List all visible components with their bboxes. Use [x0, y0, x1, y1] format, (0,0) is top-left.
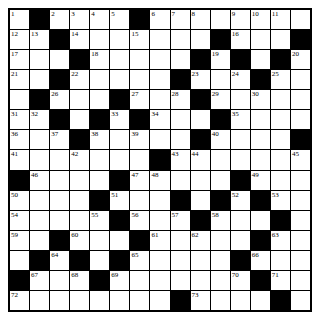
white-cell-r8c3[interactable] — [50, 150, 69, 169]
clue-number-11: 11 — [272, 10, 279, 18]
white-cell-r4c10[interactable]: 23 — [191, 70, 210, 89]
white-cell-r4c15[interactable] — [291, 70, 310, 89]
black-cell-r12c3 — [50, 231, 69, 250]
black-cell-r4c9 — [171, 70, 190, 89]
white-cell-r9c7[interactable]: 47 — [130, 171, 149, 190]
black-cell-r11c6 — [110, 211, 129, 230]
black-cell-r7c10 — [191, 130, 210, 149]
white-cell-r13c7[interactable]: 65 — [130, 251, 149, 270]
white-cell-r7c1[interactable]: 36 — [10, 130, 29, 149]
white-cell-r6c2[interactable]: 32 — [30, 110, 49, 129]
white-cell-r7c5[interactable]: 38 — [90, 130, 109, 149]
crossword-page: 1234567891011121314151617181920212223242… — [0, 0, 320, 320]
black-cell-r10c13 — [251, 191, 270, 210]
white-cell-r12c10[interactable]: 62 — [191, 231, 210, 250]
white-cell-r5c12[interactable] — [231, 90, 250, 109]
clue-number-70: 70 — [232, 271, 239, 279]
white-cell-r8c12[interactable] — [231, 150, 250, 169]
clue-number-37: 37 — [51, 130, 58, 138]
black-cell-r11c14 — [271, 211, 290, 230]
white-cell-r4c5[interactable] — [90, 70, 109, 89]
clue-number-20: 20 — [292, 50, 299, 58]
white-cell-r10c6[interactable]: 51 — [110, 191, 129, 210]
white-cell-r1c9[interactable]: 7 — [171, 10, 190, 29]
clue-number-43: 43 — [172, 150, 179, 158]
clue-number-51: 51 — [111, 191, 118, 199]
clue-number-53: 53 — [272, 191, 279, 199]
white-cell-r3c7[interactable] — [130, 50, 149, 69]
white-cell-r8c11[interactable] — [211, 150, 230, 169]
clue-number-8: 8 — [192, 10, 196, 18]
white-cell-r10c7[interactable] — [130, 191, 149, 210]
white-cell-r2c13[interactable] — [251, 30, 270, 49]
white-cell-r1c12[interactable]: 9 — [231, 10, 250, 29]
black-cell-r1c7 — [130, 10, 149, 29]
white-cell-r2c5[interactable] — [90, 30, 109, 49]
white-cell-r7c8[interactable] — [150, 130, 169, 149]
clue-number-47: 47 — [131, 171, 138, 179]
black-cell-r8c8 — [150, 150, 169, 169]
clue-number-12: 12 — [11, 30, 18, 38]
white-cell-r9c3[interactable] — [50, 171, 69, 190]
white-cell-r15c13[interactable] — [251, 291, 270, 310]
clue-number-25: 25 — [272, 70, 279, 78]
white-cell-r14c15[interactable] — [291, 271, 310, 290]
white-cell-r12c11[interactable] — [211, 231, 230, 250]
white-cell-r7c11[interactable]: 40 — [211, 130, 230, 149]
white-cell-r14c11[interactable] — [211, 271, 230, 290]
white-cell-r6c15[interactable] — [291, 110, 310, 129]
white-cell-r9c13[interactable]: 49 — [251, 171, 270, 190]
clue-number-2: 2 — [51, 10, 55, 18]
white-cell-r9c10[interactable] — [191, 171, 210, 190]
white-cell-r6c8[interactable]: 34 — [150, 110, 169, 129]
black-cell-r11c10 — [191, 211, 210, 230]
white-cell-r11c8[interactable] — [150, 211, 169, 230]
white-cell-r6c14[interactable] — [271, 110, 290, 129]
white-cell-r12c14[interactable]: 63 — [271, 231, 290, 250]
white-cell-r1c14[interactable]: 11 — [271, 10, 290, 29]
white-cell-r14c4[interactable]: 68 — [70, 271, 89, 290]
white-cell-r14c3[interactable] — [50, 271, 69, 290]
clue-number-48: 48 — [151, 171, 158, 179]
white-cell-r15c11[interactable] — [211, 291, 230, 310]
white-cell-r14c12[interactable]: 70 — [231, 271, 250, 290]
white-cell-r8c5[interactable] — [90, 150, 109, 169]
white-cell-r8c6[interactable] — [110, 150, 129, 169]
white-cell-r15c15[interactable] — [291, 291, 310, 310]
clue-number-61: 61 — [151, 231, 158, 239]
black-cell-r2c15 — [291, 30, 310, 49]
white-cell-r3c2[interactable] — [30, 50, 49, 69]
clue-number-29: 29 — [212, 90, 219, 98]
white-cell-r3c3[interactable] — [50, 50, 69, 69]
white-cell-r4c1[interactable]: 21 — [10, 70, 29, 89]
black-cell-r6c3 — [50, 110, 69, 129]
white-cell-r10c3[interactable] — [50, 191, 69, 210]
white-cell-r8c10[interactable]: 44 — [191, 150, 210, 169]
white-cell-r6c6[interactable]: 33 — [110, 110, 129, 129]
white-cell-r6c4[interactable] — [70, 110, 89, 129]
white-cell-r5c9[interactable]: 28 — [171, 90, 190, 109]
black-cell-r12c7 — [130, 231, 149, 250]
clue-number-7: 7 — [172, 10, 176, 18]
black-cell-r5c6 — [110, 90, 129, 109]
clue-number-27: 27 — [131, 90, 138, 98]
white-cell-r11c3[interactable] — [50, 211, 69, 230]
white-cell-r15c7[interactable] — [130, 291, 149, 310]
white-cell-r15c3[interactable] — [50, 291, 69, 310]
clue-number-17: 17 — [11, 50, 18, 58]
white-cell-r3c1[interactable]: 17 — [10, 50, 29, 69]
clue-number-67: 67 — [31, 271, 38, 279]
clue-number-21: 21 — [11, 70, 18, 78]
black-cell-r6c11 — [211, 110, 230, 129]
black-cell-r14c13 — [251, 271, 270, 290]
black-cell-r14c1 — [10, 271, 29, 290]
clue-number-13: 13 — [31, 30, 38, 38]
black-cell-r7c4 — [70, 130, 89, 149]
white-cell-r3c13[interactable] — [251, 50, 270, 69]
white-cell-r7c6[interactable] — [110, 130, 129, 149]
white-cell-r1c11[interactable] — [211, 10, 230, 29]
white-cell-r15c2[interactable] — [30, 291, 49, 310]
white-cell-r11c11[interactable]: 58 — [211, 211, 230, 230]
white-cell-r12c9[interactable] — [171, 231, 190, 250]
clue-number-62: 62 — [192, 231, 199, 239]
black-cell-r13c4 — [70, 251, 89, 270]
clue-number-34: 34 — [151, 110, 158, 118]
clue-number-6: 6 — [151, 10, 155, 18]
clue-number-4: 4 — [91, 10, 95, 18]
black-cell-r14c5 — [90, 271, 109, 290]
clue-number-18: 18 — [91, 50, 98, 58]
black-cell-r1c2 — [30, 10, 49, 29]
white-cell-r11c12[interactable] — [231, 211, 250, 230]
white-cell-r2c1[interactable]: 12 — [10, 30, 29, 49]
white-cell-r7c2[interactable] — [30, 130, 49, 149]
black-cell-r10c9 — [171, 191, 190, 210]
white-cell-r12c8[interactable]: 61 — [150, 231, 169, 250]
white-cell-r2c12[interactable]: 16 — [231, 30, 250, 49]
white-cell-r10c4[interactable] — [70, 191, 89, 210]
white-cell-r12c15[interactable] — [291, 231, 310, 250]
black-cell-r9c1 — [10, 171, 29, 190]
black-cell-r9c6 — [110, 171, 129, 190]
white-cell-r4c2[interactable] — [30, 70, 49, 89]
white-cell-r5c13[interactable]: 30 — [251, 90, 270, 109]
white-cell-r1c6[interactable]: 5 — [110, 10, 129, 29]
white-cell-r14c14[interactable]: 71 — [271, 271, 290, 290]
clue-number-46: 46 — [31, 171, 38, 179]
white-cell-r1c10[interactable]: 8 — [191, 10, 210, 29]
white-cell-r4c4[interactable]: 22 — [70, 70, 89, 89]
black-cell-r15c9 — [171, 291, 190, 310]
clue-number-56: 56 — [131, 211, 138, 219]
black-cell-r15c14 — [271, 291, 290, 310]
white-cell-r10c14[interactable]: 53 — [271, 191, 290, 210]
white-cell-r9c9[interactable] — [171, 171, 190, 190]
white-cell-r8c9[interactable]: 43 — [171, 150, 190, 169]
white-cell-r1c4[interactable]: 3 — [70, 10, 89, 29]
clue-number-49: 49 — [252, 171, 259, 179]
clue-number-57: 57 — [172, 211, 179, 219]
clue-number-5: 5 — [111, 10, 115, 18]
clue-number-19: 19 — [212, 50, 219, 58]
clue-number-45: 45 — [292, 150, 299, 158]
black-cell-r3c12 — [231, 50, 250, 69]
white-cell-r7c9[interactable] — [171, 130, 190, 149]
clue-number-55: 55 — [91, 211, 98, 219]
black-cell-r2c11 — [211, 30, 230, 49]
white-cell-r5c7[interactable]: 27 — [130, 90, 149, 109]
white-cell-r12c5[interactable] — [90, 231, 109, 250]
white-cell-r10c1[interactable]: 50 — [10, 191, 29, 210]
black-cell-r5c2 — [30, 90, 49, 109]
white-cell-r11c4[interactable] — [70, 211, 89, 230]
white-cell-r1c1[interactable]: 1 — [10, 10, 29, 29]
white-cell-r1c15[interactable] — [291, 10, 310, 29]
white-cell-r15c4[interactable] — [70, 291, 89, 310]
white-cell-r9c4[interactable] — [70, 171, 89, 190]
white-cell-r1c8[interactable]: 6 — [150, 10, 169, 29]
clue-number-24: 24 — [232, 70, 239, 78]
clue-number-54: 54 — [11, 211, 18, 219]
clue-number-38: 38 — [91, 130, 98, 138]
clue-number-72: 72 — [11, 291, 18, 299]
black-cell-r7c15 — [291, 130, 310, 149]
white-cell-r5c3[interactable]: 26 — [50, 90, 69, 109]
white-cell-r3c8[interactable] — [150, 50, 169, 69]
clue-number-68: 68 — [71, 271, 78, 279]
white-cell-r8c1[interactable]: 41 — [10, 150, 29, 169]
white-cell-r15c6[interactable] — [110, 291, 129, 310]
white-cell-r4c14[interactable]: 25 — [271, 70, 290, 89]
white-cell-r15c12[interactable] — [231, 291, 250, 310]
black-cell-r3c10 — [191, 50, 210, 69]
clue-number-23: 23 — [192, 70, 199, 78]
white-cell-r5c5[interactable] — [90, 90, 109, 109]
white-cell-r10c8[interactable] — [150, 191, 169, 210]
white-cell-r14c6[interactable]: 69 — [110, 271, 129, 290]
white-cell-r7c13[interactable] — [251, 130, 270, 149]
white-cell-r9c8[interactable]: 48 — [150, 171, 169, 190]
white-cell-r9c15[interactable] — [291, 171, 310, 190]
clue-number-33: 33 — [111, 110, 118, 118]
white-cell-r5c15[interactable] — [291, 90, 310, 109]
clue-number-60: 60 — [71, 231, 78, 239]
white-cell-r10c12[interactable]: 52 — [231, 191, 250, 210]
white-cell-r8c4[interactable]: 42 — [70, 150, 89, 169]
white-cell-r11c7[interactable]: 56 — [130, 211, 149, 230]
white-cell-r13c8[interactable] — [150, 251, 169, 270]
clue-number-36: 36 — [11, 130, 18, 138]
clue-number-63: 63 — [272, 231, 279, 239]
white-cell-r15c1[interactable]: 72 — [10, 291, 29, 310]
white-cell-r14c2[interactable]: 67 — [30, 271, 49, 290]
white-cell-r2c7[interactable]: 15 — [130, 30, 149, 49]
white-cell-r1c5[interactable]: 4 — [90, 10, 109, 29]
white-cell-r5c4[interactable] — [70, 90, 89, 109]
white-cell-r14c9[interactable] — [171, 271, 190, 290]
black-cell-r13c2 — [30, 251, 49, 270]
clue-number-31: 31 — [11, 110, 18, 118]
white-cell-r6c10[interactable] — [191, 110, 210, 129]
white-cell-r6c9[interactable] — [171, 110, 190, 129]
clue-number-14: 14 — [71, 30, 78, 38]
white-cell-r13c3[interactable]: 64 — [50, 251, 69, 270]
clue-number-26: 26 — [51, 90, 58, 98]
white-cell-r4c8[interactable] — [150, 70, 169, 89]
white-cell-r5c8[interactable] — [150, 90, 169, 109]
white-cell-r2c8[interactable] — [150, 30, 169, 49]
white-cell-r14c8[interactable] — [150, 271, 169, 290]
white-cell-r8c13[interactable] — [251, 150, 270, 169]
white-cell-r15c8[interactable] — [150, 291, 169, 310]
clue-number-52: 52 — [232, 191, 239, 199]
clue-number-40: 40 — [212, 130, 219, 138]
white-cell-r5c1[interactable] — [10, 90, 29, 109]
white-cell-r11c9[interactable]: 57 — [171, 211, 190, 230]
clue-number-44: 44 — [192, 150, 199, 158]
white-cell-r4c6[interactable] — [110, 70, 129, 89]
clue-number-42: 42 — [71, 150, 78, 158]
clue-number-69: 69 — [111, 271, 118, 279]
white-cell-r7c12[interactable] — [231, 130, 250, 149]
white-cell-r8c7[interactable] — [130, 150, 149, 169]
white-cell-r12c4[interactable]: 60 — [70, 231, 89, 250]
black-cell-r13c12 — [231, 251, 250, 270]
clue-number-35: 35 — [232, 110, 239, 118]
white-cell-r2c2[interactable]: 13 — [30, 30, 49, 49]
white-cell-r2c4[interactable]: 14 — [70, 30, 89, 49]
clue-number-64: 64 — [51, 251, 58, 259]
white-cell-r8c15[interactable]: 45 — [291, 150, 310, 169]
clue-number-16: 16 — [232, 30, 239, 38]
white-cell-r2c9[interactable] — [171, 30, 190, 49]
white-cell-r12c6[interactable] — [110, 231, 129, 250]
white-cell-r13c1[interactable] — [10, 251, 29, 270]
clue-number-3: 3 — [71, 10, 75, 18]
white-cell-r9c2[interactable]: 46 — [30, 171, 49, 190]
white-cell-r7c14[interactable] — [271, 130, 290, 149]
white-cell-r3c6[interactable] — [110, 50, 129, 69]
clue-number-28: 28 — [172, 90, 179, 98]
white-cell-r11c15[interactable] — [291, 211, 310, 230]
white-cell-r10c15[interactable] — [291, 191, 310, 210]
black-cell-r3c14 — [271, 50, 290, 69]
clue-number-32: 32 — [31, 110, 38, 118]
white-cell-r8c14[interactable] — [271, 150, 290, 169]
black-cell-r10c5 — [90, 191, 109, 210]
white-cell-r9c5[interactable] — [90, 171, 109, 190]
black-cell-r2c3 — [50, 30, 69, 49]
clue-number-10: 10 — [252, 10, 259, 18]
clue-number-50: 50 — [11, 191, 18, 199]
clue-number-9: 9 — [232, 10, 236, 18]
white-cell-r3c11[interactable]: 19 — [211, 50, 230, 69]
black-cell-r3c4 — [70, 50, 89, 69]
white-cell-r4c11[interactable] — [211, 70, 230, 89]
black-cell-r4c3 — [50, 70, 69, 89]
white-cell-r4c7[interactable] — [130, 70, 149, 89]
clue-number-59: 59 — [11, 231, 18, 239]
clue-number-73: 73 — [192, 291, 199, 299]
crossword-grid: 1234567891011121314151617181920212223242… — [8, 8, 312, 312]
clue-number-22: 22 — [71, 70, 78, 78]
white-cell-r9c11[interactable] — [211, 171, 230, 190]
clue-number-39: 39 — [131, 130, 138, 138]
black-cell-r6c7 — [130, 110, 149, 129]
black-cell-r10c11 — [211, 191, 230, 210]
white-cell-r14c7[interactable] — [130, 271, 149, 290]
black-cell-r13c6 — [110, 251, 129, 270]
white-cell-r2c10[interactable] — [191, 30, 210, 49]
white-cell-r7c3[interactable]: 37 — [50, 130, 69, 149]
white-cell-r10c10[interactable] — [191, 191, 210, 210]
black-cell-r12c13 — [251, 231, 270, 250]
white-cell-r7c7[interactable]: 39 — [130, 130, 149, 149]
white-cell-r13c9[interactable] — [171, 251, 190, 270]
white-cell-r13c5[interactable] — [90, 251, 109, 270]
white-cell-r3c5[interactable]: 18 — [90, 50, 109, 69]
clue-number-65: 65 — [131, 251, 138, 259]
white-cell-r15c5[interactable] — [90, 291, 109, 310]
black-cell-r4c13 — [251, 70, 270, 89]
white-cell-r15c10[interactable]: 73 — [191, 291, 210, 310]
white-cell-r4c12[interactable]: 24 — [231, 70, 250, 89]
white-cell-r9c14[interactable] — [271, 171, 290, 190]
black-cell-r9c12 — [231, 171, 250, 190]
white-cell-r6c1[interactable]: 31 — [10, 110, 29, 129]
white-cell-r13c13[interactable]: 66 — [251, 251, 270, 270]
white-cell-r3c9[interactable] — [171, 50, 190, 69]
clue-number-71: 71 — [272, 271, 279, 279]
white-cell-r12c1[interactable]: 59 — [10, 231, 29, 250]
clue-number-58: 58 — [212, 211, 219, 219]
black-cell-r5c10 — [191, 90, 210, 109]
white-cell-r8c2[interactable] — [30, 150, 49, 169]
clue-number-15: 15 — [131, 30, 138, 38]
white-cell-r11c5[interactable]: 55 — [90, 211, 109, 230]
white-cell-r13c11[interactable] — [211, 251, 230, 270]
white-cell-r1c3[interactable]: 2 — [50, 10, 69, 29]
white-cell-r6c12[interactable]: 35 — [231, 110, 250, 129]
white-cell-r11c1[interactable]: 54 — [10, 211, 29, 230]
white-cell-r6c13[interactable] — [251, 110, 270, 129]
white-cell-r12c2[interactable] — [30, 231, 49, 250]
white-cell-r2c6[interactable] — [110, 30, 129, 49]
white-cell-r13c14[interactable] — [271, 251, 290, 270]
clue-number-1: 1 — [11, 10, 15, 18]
clue-number-30: 30 — [252, 90, 259, 98]
clue-number-41: 41 — [11, 150, 18, 158]
black-cell-r6c5 — [90, 110, 109, 129]
white-cell-r11c13[interactable] — [251, 211, 270, 230]
white-cell-r5c14[interactable] — [271, 90, 290, 109]
white-cell-r11c2[interactable] — [30, 211, 49, 230]
white-cell-r12c12[interactable] — [231, 231, 250, 250]
white-cell-r14c10[interactable] — [191, 271, 210, 290]
white-cell-r1c13[interactable]: 10 — [251, 10, 270, 29]
white-cell-r10c2[interactable] — [30, 191, 49, 210]
white-cell-r5c11[interactable]: 29 — [211, 90, 230, 109]
white-cell-r2c14[interactable] — [271, 30, 290, 49]
white-cell-r3c15[interactable]: 20 — [291, 50, 310, 69]
white-cell-r13c15[interactable] — [291, 251, 310, 270]
clue-number-66: 66 — [252, 251, 259, 259]
white-cell-r13c10[interactable] — [191, 251, 210, 270]
